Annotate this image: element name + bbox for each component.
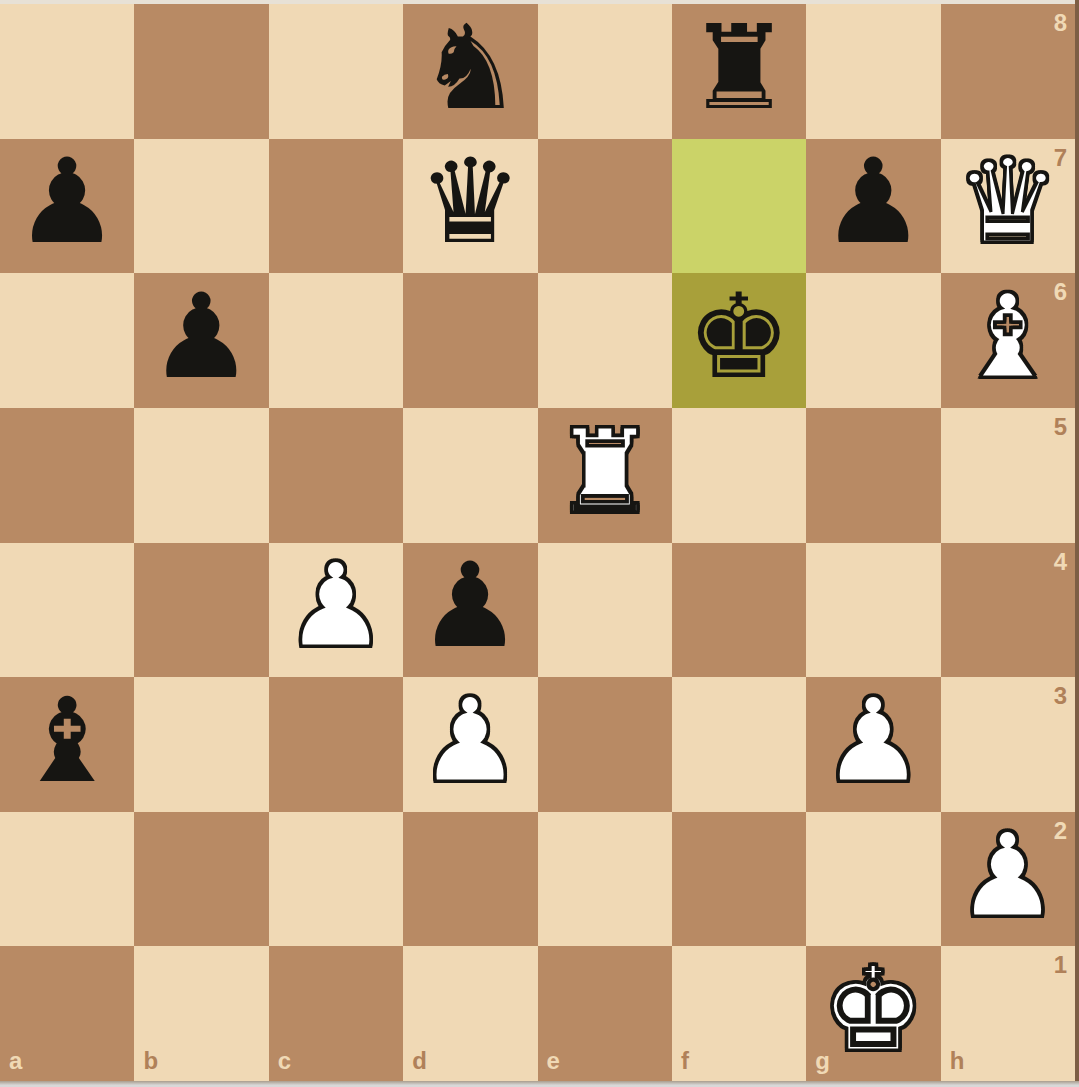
square-d5[interactable] (403, 408, 537, 543)
rank-label-5: 5 (1054, 415, 1067, 439)
black-pawn[interactable]: ♟ (15, 143, 120, 260)
square-h4[interactable]: 4 (941, 543, 1075, 678)
chess-board[interactable]: ♞♜8♟♛♟♛7♟♚♝6♜5♟♟4♝♟♟3♟2abcdef♚gh1 (0, 4, 1075, 1081)
square-g3[interactable]: ♟ (806, 677, 940, 812)
square-f6[interactable]: ♚ (672, 273, 806, 408)
rank-label-2: 2 (1054, 819, 1067, 843)
file-label-c: c (278, 1049, 291, 1073)
square-f5[interactable] (672, 408, 806, 543)
square-f3[interactable] (672, 677, 806, 812)
square-h8[interactable]: 8 (941, 4, 1075, 139)
square-d7[interactable]: ♛ (403, 139, 537, 274)
square-e7[interactable] (538, 139, 672, 274)
square-a4[interactable] (0, 543, 134, 678)
square-f2[interactable] (672, 812, 806, 947)
black-rook[interactable]: ♜ (687, 9, 792, 126)
square-b5[interactable] (134, 408, 268, 543)
white-pawn[interactable]: ♟ (283, 547, 388, 664)
square-b1[interactable]: b (134, 946, 268, 1081)
square-a7[interactable]: ♟ (0, 139, 134, 274)
black-queen[interactable]: ♛ (418, 143, 523, 260)
file-label-a: a (9, 1049, 22, 1073)
square-b3[interactable] (134, 677, 268, 812)
chess-app: ♞♜8♟♛♟♛7♟♚♝6♜5♟♟4♝♟♟3♟2abcdef♚gh1 (0, 0, 1079, 1087)
rank-label-3: 3 (1054, 684, 1067, 708)
board-bottom-shadow (0, 1081, 1079, 1087)
white-king[interactable]: ♚ (821, 951, 926, 1068)
square-b6[interactable]: ♟ (134, 273, 268, 408)
file-label-h: h (950, 1049, 965, 1073)
square-a6[interactable] (0, 273, 134, 408)
white-queen[interactable]: ♛ (955, 143, 1060, 260)
black-king[interactable]: ♚ (687, 278, 792, 395)
square-e2[interactable] (538, 812, 672, 947)
square-h5[interactable]: 5 (941, 408, 1075, 543)
rank-label-6: 6 (1054, 280, 1067, 304)
square-a2[interactable] (0, 812, 134, 947)
square-a5[interactable] (0, 408, 134, 543)
black-pawn[interactable]: ♟ (821, 143, 926, 260)
rank-label-1: 1 (1054, 953, 1067, 977)
square-d8[interactable]: ♞ (403, 4, 537, 139)
white-pawn[interactable]: ♟ (418, 682, 523, 799)
square-c5[interactable] (269, 408, 403, 543)
square-c7[interactable] (269, 139, 403, 274)
square-b8[interactable] (134, 4, 268, 139)
square-c6[interactable] (269, 273, 403, 408)
rank-label-4: 4 (1054, 550, 1067, 574)
square-b2[interactable] (134, 812, 268, 947)
square-h2[interactable]: ♟2 (941, 812, 1075, 947)
black-pawn[interactable]: ♟ (418, 547, 523, 664)
square-g6[interactable] (806, 273, 940, 408)
file-label-d: d (412, 1049, 427, 1073)
square-c8[interactable] (269, 4, 403, 139)
square-g7[interactable]: ♟ (806, 139, 940, 274)
square-d6[interactable] (403, 273, 537, 408)
square-c2[interactable] (269, 812, 403, 947)
square-a3[interactable]: ♝ (0, 677, 134, 812)
white-pawn[interactable]: ♟ (955, 817, 1060, 934)
square-e8[interactable] (538, 4, 672, 139)
file-label-g: g (815, 1049, 830, 1073)
square-d2[interactable] (403, 812, 537, 947)
square-f4[interactable] (672, 543, 806, 678)
square-e3[interactable] (538, 677, 672, 812)
square-e1[interactable]: e (538, 946, 672, 1081)
square-g8[interactable] (806, 4, 940, 139)
black-knight[interactable]: ♞ (418, 9, 523, 126)
square-c1[interactable]: c (269, 946, 403, 1081)
square-b4[interactable] (134, 543, 268, 678)
square-b7[interactable] (134, 139, 268, 274)
file-label-f: f (681, 1049, 689, 1073)
square-a1[interactable]: a (0, 946, 134, 1081)
square-g4[interactable] (806, 543, 940, 678)
square-h3[interactable]: 3 (941, 677, 1075, 812)
white-rook[interactable]: ♜ (552, 413, 657, 530)
square-a8[interactable] (0, 4, 134, 139)
rank-label-8: 8 (1054, 11, 1067, 35)
square-f8[interactable]: ♜ (672, 4, 806, 139)
black-bishop[interactable]: ♝ (15, 682, 120, 799)
white-pawn[interactable]: ♟ (821, 682, 926, 799)
white-bishop[interactable]: ♝ (955, 278, 1060, 395)
square-c4[interactable]: ♟ (269, 543, 403, 678)
square-g5[interactable] (806, 408, 940, 543)
square-h6[interactable]: ♝6 (941, 273, 1075, 408)
square-c3[interactable] (269, 677, 403, 812)
square-d3[interactable]: ♟ (403, 677, 537, 812)
square-e5[interactable]: ♜ (538, 408, 672, 543)
square-f1[interactable]: f (672, 946, 806, 1081)
board-right-edge (1075, 0, 1079, 1081)
rank-label-7: 7 (1054, 146, 1067, 170)
file-label-e: e (547, 1049, 560, 1073)
square-g2[interactable] (806, 812, 940, 947)
square-h7[interactable]: ♛7 (941, 139, 1075, 274)
square-d1[interactable]: d (403, 946, 537, 1081)
square-e6[interactable] (538, 273, 672, 408)
file-label-b: b (143, 1049, 158, 1073)
square-f7[interactable] (672, 139, 806, 274)
square-e4[interactable] (538, 543, 672, 678)
square-g1[interactable]: ♚g (806, 946, 940, 1081)
black-pawn[interactable]: ♟ (149, 278, 254, 395)
square-h1[interactable]: h1 (941, 946, 1075, 1081)
square-d4[interactable]: ♟ (403, 543, 537, 678)
